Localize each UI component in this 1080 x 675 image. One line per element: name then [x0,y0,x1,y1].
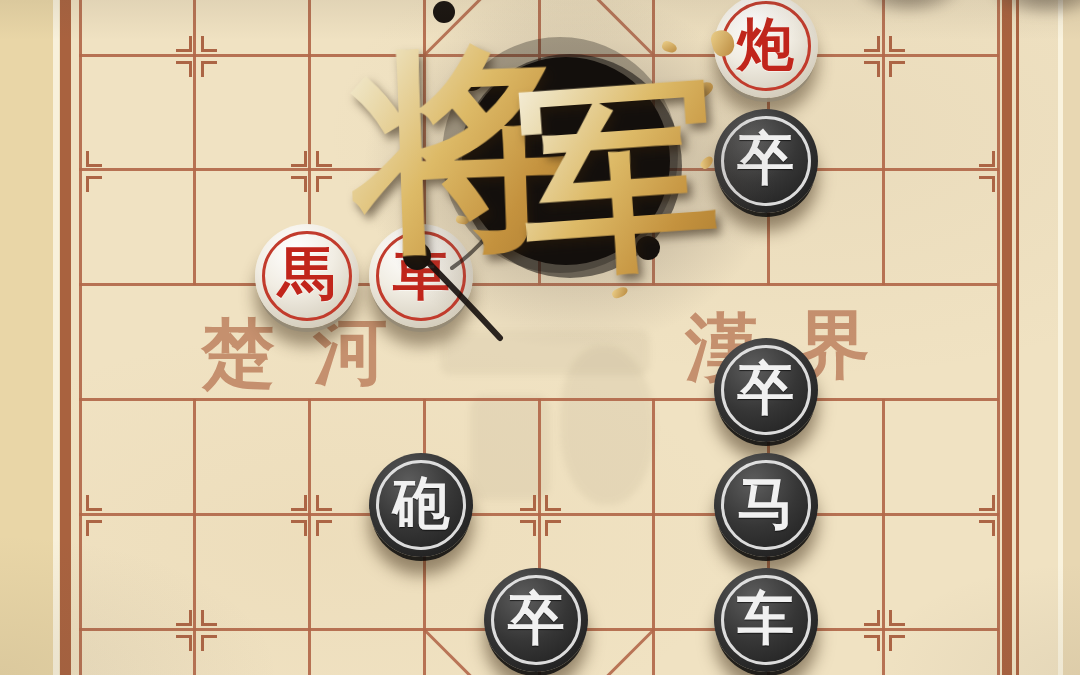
red-chariot[interactable]: 車 [369,224,473,328]
black-cannon[interactable]: 砲 [369,453,473,557]
red-horse[interactable]: 馬 [255,224,359,328]
piece-character: 車 [393,245,450,302]
piece-character: 卒 [508,590,565,647]
piece-character: 车 [737,590,794,647]
piece-character: 馬 [278,245,335,302]
black-soldier[interactable]: 卒 [714,109,818,213]
black-soldier[interactable]: 卒 [714,338,818,442]
black-chariot[interactable]: 车 [714,568,818,672]
black-soldier[interactable]: 卒 [484,568,588,672]
xiangqi-board-screen: 楚 河 漢 界 炮卒馬車卒砲马卒车 将 军 [0,0,1080,675]
black-horse[interactable]: 马 [714,453,818,557]
piece-character: 炮 [737,16,794,73]
red-cannon[interactable]: 炮 [714,0,818,98]
pieces-layer: 炮卒馬車卒砲马卒车 [0,0,1080,675]
piece-character: 砲 [393,475,450,532]
piece-character: 马 [737,475,794,532]
piece-character: 卒 [737,130,794,187]
piece-character: 卒 [737,360,794,417]
